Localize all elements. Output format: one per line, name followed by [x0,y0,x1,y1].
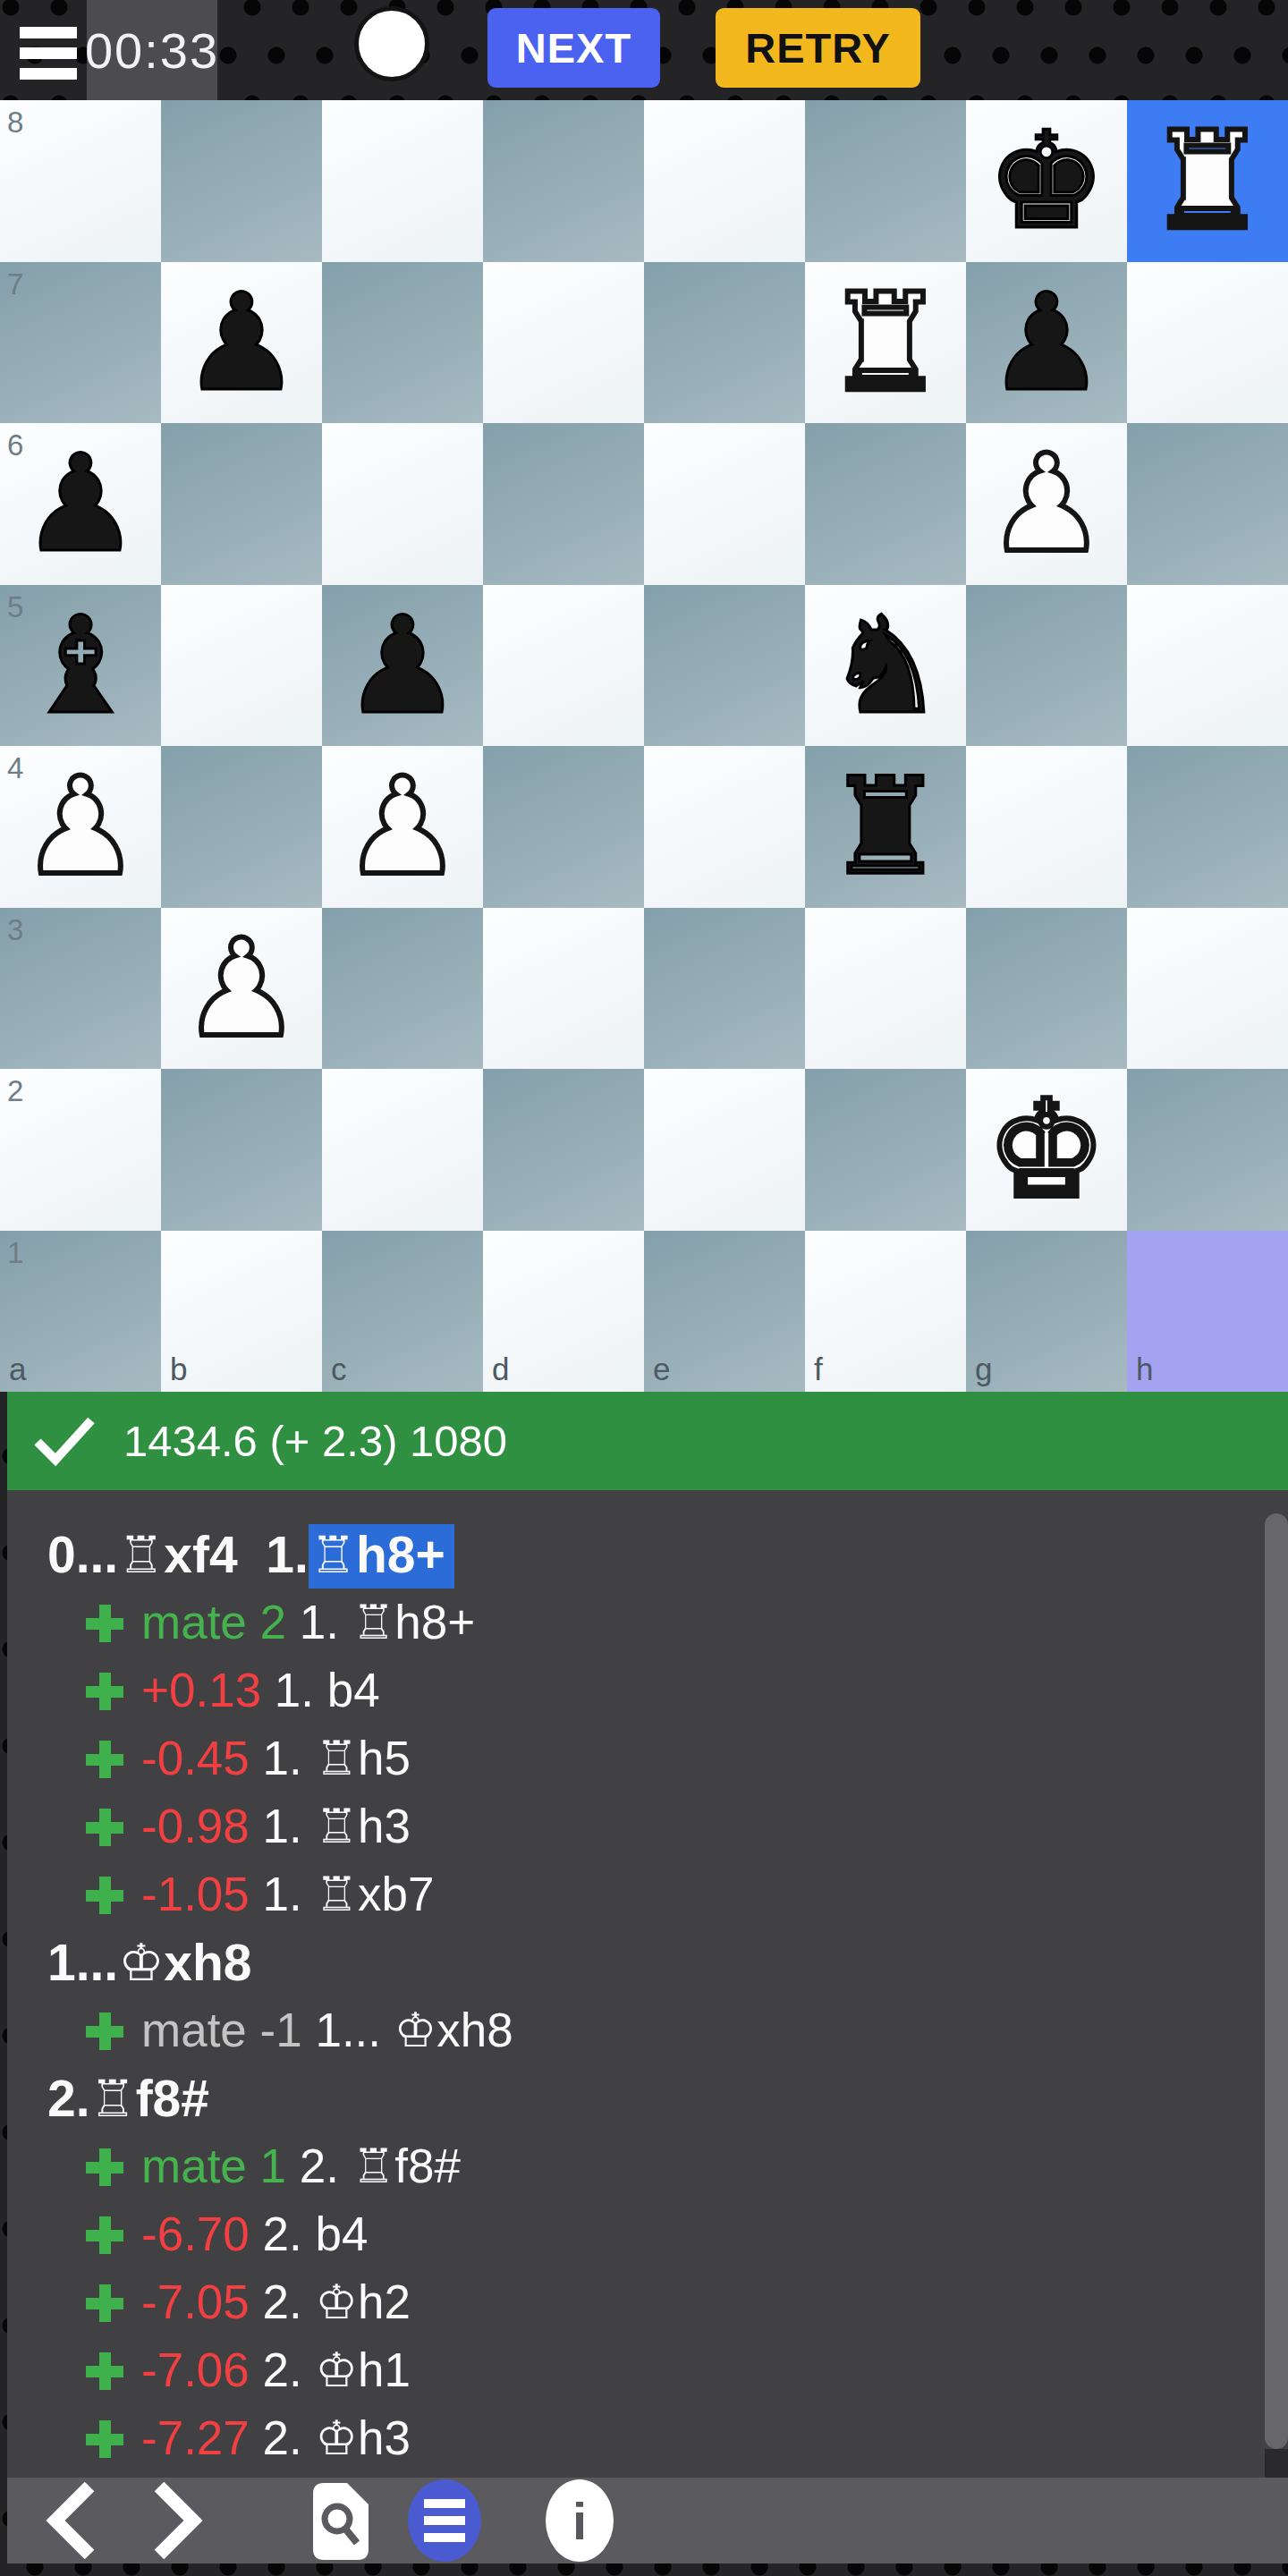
square-c3[interactable] [322,908,483,1070]
rating-text: 1434.6 (+ 2.3) 1080 [123,1416,507,1466]
expand-plus-icon[interactable] [86,2420,123,2458]
square-a4[interactable]: 4♟ [0,746,161,908]
square-e6[interactable] [644,423,805,585]
expand-plus-icon[interactable] [86,2216,123,2254]
square-g4[interactable] [966,746,1127,908]
square-c2[interactable] [322,1069,483,1231]
analysis-variation-line: -0.98 1. ♖h3 [7,1792,1288,1860]
square-e5[interactable] [644,585,805,747]
move-text[interactable]: 1... ♔xh8 [315,2004,513,2056]
square-g5[interactable] [966,585,1127,747]
square-a8[interactable]: 8 [0,100,161,262]
square-a3[interactable]: 3 [0,908,161,1070]
square-a7[interactable]: 7 [0,262,161,424]
menu-icon[interactable] [20,27,77,80]
move-text[interactable]: mate -1 [141,2004,315,2056]
move-text[interactable]: mate 1 [141,2140,300,2192]
move-text[interactable]: 2. ♖f8# [300,2140,461,2192]
analysis-variation-line: -7.06 2. ♔h1 [7,2336,1288,2404]
scrollbar-track [1265,2449,1288,2478]
analysis-variation-line: mate -1 1... ♔xh8 [7,1996,1288,2064]
black-pawn[interactable]: ♟ [0,423,161,585]
square-a2[interactable]: 2 [0,1069,161,1231]
square-h1[interactable]: h [1127,1231,1288,1393]
square-d1[interactable]: d [483,1231,644,1393]
analysis-variation-line: -1.05 1. ♖xb7 [7,1860,1288,1928]
file-label-f: f [814,1352,823,1387]
square-b6[interactable] [161,423,322,585]
expand-plus-icon[interactable] [86,2352,123,2390]
square-b5[interactable] [161,585,322,747]
file-label-e: e [653,1352,670,1387]
square-b3[interactable]: ♟ [161,908,322,1070]
chess-board[interactable]: 8♚♜7♟♜♟6♟♟5♝♟♞4♟♟♜3♟2♚1abcdefgh [0,100,1288,1392]
black-knight[interactable]: ♞ [805,585,966,747]
analysis-panel: 0...♖xf4 1.♖h8+mate 2 1. ♖h8++0.13 1. b4… [7,1490,1288,2478]
square-d8[interactable] [483,100,644,262]
expand-plus-icon[interactable] [86,1741,123,1778]
square-c7[interactable] [322,262,483,424]
square-f8[interactable] [805,100,966,262]
square-h8[interactable]: ♜ [1127,100,1288,262]
square-h2[interactable] [1127,1069,1288,1231]
file-label-a: a [9,1352,26,1387]
move-text[interactable]: 1. ♖h5 [263,1732,411,1784]
engine-lines-button[interactable] [408,2479,481,2562]
analysis-variation-line: -7.27 2. ♔h3 [7,2404,1288,2472]
rank-label-7: 7 [7,267,23,301]
square-h6[interactable] [1127,423,1288,585]
rank-label-3: 3 [7,913,23,947]
black-pawn[interactable]: ♟ [322,585,483,747]
selected-move[interactable]: ♖h8+ [309,1524,454,1589]
move-text[interactable]: 1. ♖xb7 [263,1868,435,1920]
move-text[interactable]: 2. ♔h1 [263,2343,411,2396]
square-b4[interactable] [161,746,322,908]
black-king[interactable]: ♚ [966,100,1127,262]
white-pawn[interactable]: ♟ [0,746,161,908]
check-icon [32,1415,97,1467]
file-label-h: h [1136,1352,1153,1387]
move-text[interactable]: -0.45 [141,1732,263,1784]
top-bar: 00:33 NEXT RETRY [0,0,1288,100]
square-e2[interactable] [644,1069,805,1231]
black-pawn[interactable]: ♟ [161,262,322,424]
previous-move-button[interactable] [43,2482,98,2559]
scrollbar-thumb[interactable] [1265,1513,1288,2449]
square-f5[interactable]: ♞ [805,585,966,747]
move-text[interactable]: 1...♔xh8 [47,1934,252,1991]
analysis-main-line: 1...♔xh8 [7,1928,1288,1996]
square-g1[interactable]: g [966,1231,1127,1393]
analysis-main-line: 0...♖xf4 1.♖h8+ [7,1521,1288,1589]
app-screen: 00:33 NEXT RETRY 8♚♜7♟♜♟6♟♟5♝♟♞4♟♟♜3♟2♚1… [0,0,1288,2576]
board-search-icon[interactable] [311,2481,370,2560]
result-bar: 1434.6 (+ 2.3) 1080 [7,1392,1288,1490]
analysis-variation-line: +0.13 1. b4 [7,1657,1288,1724]
black-bishop[interactable]: ♝ [0,585,161,747]
square-f6[interactable] [805,423,966,585]
analysis-variation-line: -6.70 2. b4 [7,2200,1288,2268]
expand-plus-icon[interactable] [86,1809,123,1846]
move-text[interactable]: 1. ♖h8+ [300,1596,475,1648]
analysis-variation-line: -7.05 2. ♔h2 [7,2268,1288,2336]
analysis-variation-line: mate 2 1. ♖h8+ [7,1589,1288,1657]
expand-plus-icon[interactable] [86,1605,123,1642]
square-g7[interactable]: ♟ [966,262,1127,424]
square-c4[interactable]: ♟ [322,746,483,908]
expand-plus-icon[interactable] [86,2148,123,2186]
white-rook[interactable]: ♜ [805,262,966,424]
move-text[interactable]: -7.06 [141,2343,263,2396]
square-e4[interactable] [644,746,805,908]
white-pawn[interactable]: ♟ [322,746,483,908]
file-label-c: c [331,1352,347,1387]
expand-plus-icon[interactable] [86,1673,123,1710]
square-c5[interactable]: ♟ [322,585,483,747]
square-c1[interactable]: c [322,1231,483,1393]
analysis-variation-line: -0.45 1. ♖h5 [7,1724,1288,1792]
retry-button[interactable]: RETRY [716,8,920,88]
square-f2[interactable] [805,1069,966,1231]
move-text[interactable]: mate 2 [141,1596,300,1648]
move-text[interactable]: 2. ♔h3 [263,2411,411,2464]
white-king[interactable]: ♚ [966,1069,1127,1231]
move-text[interactable]: 2. b4 [263,2207,369,2260]
move-text[interactable]: -7.27 [141,2411,263,2464]
square-b2[interactable] [161,1069,322,1231]
move-text[interactable]: 1. b4 [275,1664,380,1716]
side-to-move-indicator [354,6,429,81]
rank-label-8: 8 [7,106,23,140]
square-h4[interactable] [1127,746,1288,908]
square-d7[interactable] [483,262,644,424]
move-text[interactable]: -7.05 [141,2275,263,2328]
square-d3[interactable] [483,908,644,1070]
square-b8[interactable] [161,100,322,262]
square-d2[interactable] [483,1069,644,1231]
square-g3[interactable] [966,908,1127,1070]
timer: 00:33 [87,0,217,100]
square-d6[interactable] [483,423,644,585]
analysis-variation-line: mate 1 2. ♖f8# [7,2132,1288,2200]
square-b1[interactable]: b [161,1231,322,1393]
move-text[interactable]: -1.05 [141,1868,263,1920]
square-e1[interactable]: e [644,1231,805,1393]
move-text[interactable]: 2.♖f8# [47,2070,209,2127]
expand-plus-icon[interactable] [86,2284,123,2322]
move-text[interactable]: +0.13 [141,1664,275,1716]
square-f7[interactable]: ♜ [805,262,966,424]
square-h7[interactable] [1127,262,1288,424]
move-text[interactable]: -6.70 [141,2207,263,2260]
file-label-d: d [492,1352,509,1387]
square-d5[interactable] [483,585,644,747]
bottom-toolbar: i [7,2478,1288,2563]
file-label-g: g [975,1352,992,1387]
white-rook[interactable]: ♜ [1127,100,1288,262]
square-a1[interactable]: 1a [0,1231,161,1393]
next-move-button[interactable] [150,2482,206,2559]
file-label-b: b [170,1352,187,1387]
square-a6[interactable]: 6♟ [0,423,161,585]
square-b7[interactable]: ♟ [161,262,322,424]
white-pawn[interactable]: ♟ [161,908,322,1070]
rank-label-2: 2 [7,1074,23,1108]
expand-plus-icon[interactable] [86,1877,123,1914]
black-pawn[interactable]: ♟ [966,262,1127,424]
square-g6[interactable]: ♟ [966,423,1127,585]
square-d4[interactable] [483,746,644,908]
square-h5[interactable] [1127,585,1288,747]
square-c8[interactable] [322,100,483,262]
move-text[interactable]: 2. ♔h2 [263,2275,411,2328]
analysis-main-line: 2.♖f8# [7,2064,1288,2132]
move-text[interactable]: 1. ♖h3 [263,1800,411,1852]
move-text[interactable]: 0...♖xf4 1. [47,1526,309,1583]
square-a5[interactable]: 5♝ [0,585,161,747]
expand-plus-icon[interactable] [86,2012,123,2050]
info-button[interactable]: i [546,2479,614,2562]
square-e8[interactable] [644,100,805,262]
square-f4[interactable]: ♜ [805,746,966,908]
next-button[interactable]: NEXT [487,8,660,88]
square-h3[interactable] [1127,908,1288,1070]
black-rook[interactable]: ♜ [805,746,966,908]
square-g2[interactable]: ♚ [966,1069,1127,1231]
square-f1[interactable]: f [805,1231,966,1393]
square-e3[interactable] [644,908,805,1070]
white-pawn[interactable]: ♟ [966,423,1127,585]
square-c6[interactable] [322,423,483,585]
square-e7[interactable] [644,262,805,424]
square-g8[interactable]: ♚ [966,100,1127,262]
move-text[interactable]: -0.98 [141,1800,263,1852]
rank-label-1: 1 [7,1236,23,1270]
square-f3[interactable] [805,908,966,1070]
